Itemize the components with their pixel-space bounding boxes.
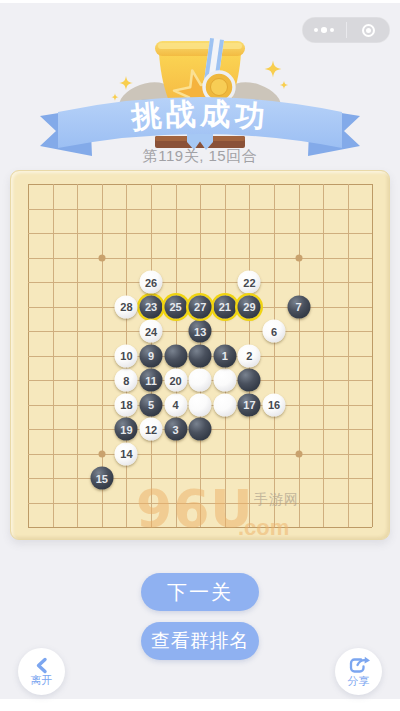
board-gridline-h xyxy=(28,478,372,479)
banner-title: 挑战成功 xyxy=(129,97,271,134)
board-star-point xyxy=(98,254,105,261)
right-wing-icon xyxy=(224,76,286,140)
board-star-point xyxy=(295,450,302,457)
stone-move-4: 4 xyxy=(164,393,187,416)
stone-preset-white xyxy=(213,393,236,416)
stone-move-17: 17 xyxy=(238,393,261,416)
stone-move-15: 15 xyxy=(90,467,113,490)
ellipsis-icon xyxy=(330,28,335,33)
stone-preset-black xyxy=(238,369,261,392)
stone-move-3: 3 xyxy=(164,418,187,441)
stone-move-26: 26 xyxy=(140,271,163,294)
share-button[interactable]: 分享 xyxy=(335,648,382,695)
stone-move-8: 8 xyxy=(115,369,138,392)
board-gridline-v xyxy=(372,184,373,527)
share-icon xyxy=(347,656,371,675)
svg-text:挑战成功: 挑战成功 xyxy=(129,97,271,134)
medal-icon xyxy=(204,38,234,102)
share-label: 分享 xyxy=(348,676,370,687)
stone-move-29: 29 xyxy=(238,295,261,318)
stone-move-13: 13 xyxy=(189,320,212,343)
stone-move-22: 22 xyxy=(238,271,261,294)
sparkle-icons xyxy=(111,61,288,101)
board-star-point xyxy=(295,254,302,261)
board-gridline-h xyxy=(28,454,372,455)
stone-move-14: 14 xyxy=(115,442,138,465)
stone-move-20: 20 xyxy=(164,369,187,392)
stone-move-24: 24 xyxy=(140,320,163,343)
stone-move-19: 19 xyxy=(115,418,138,441)
stone-move-7: 7 xyxy=(287,295,310,318)
stone-move-28: 28 xyxy=(115,295,138,318)
watermark: 96U 手游网 .com xyxy=(136,479,316,543)
stone-move-21: 21 xyxy=(213,295,236,318)
stone-move-9: 9 xyxy=(140,344,163,367)
wechat-capsule xyxy=(302,17,390,43)
stone-move-5: 5 xyxy=(140,393,163,416)
stone-move-6: 6 xyxy=(263,320,286,343)
home-indicator-area xyxy=(0,699,400,711)
left-wing-icon xyxy=(113,76,175,140)
ellipsis-icon xyxy=(314,28,319,33)
leave-label: 离开 xyxy=(31,675,53,686)
board-gridline-v xyxy=(274,184,275,527)
level-subtitle: 第119关, 15回合 xyxy=(0,147,400,166)
app-screen: 挑战成功 第119关, 15回合 96U 手游网 .com 1234567891… xyxy=(0,0,400,711)
stone-preset-black xyxy=(164,344,187,367)
trophy-illustration xyxy=(105,33,295,153)
status-bar-strip xyxy=(0,0,400,3)
watermark-logo: 96U xyxy=(136,479,254,539)
stone-preset-white xyxy=(189,393,212,416)
stone-move-25: 25 xyxy=(164,295,187,318)
board-gridline-v xyxy=(323,184,324,527)
watermark-site: 手游网 xyxy=(254,491,299,509)
ellipsis-icon xyxy=(321,27,327,33)
stone-move-12: 12 xyxy=(140,418,163,441)
stone-preset-black xyxy=(189,344,212,367)
board-gridline-v xyxy=(348,184,349,527)
stone-move-2: 2 xyxy=(238,344,261,367)
stone-preset-white xyxy=(189,369,212,392)
stone-move-16: 16 xyxy=(263,393,286,416)
next-level-button[interactable]: 下一关 xyxy=(141,573,259,611)
leave-button[interactable]: 离开 xyxy=(18,648,65,695)
stone-preset-white xyxy=(213,369,236,392)
circle-target-icon xyxy=(362,24,375,37)
exit-miniprogram-button[interactable] xyxy=(347,17,391,43)
board-gridline-h xyxy=(28,503,372,504)
ribbon-band xyxy=(58,97,342,148)
stone-move-10: 10 xyxy=(115,344,138,367)
stone-move-27: 27 xyxy=(189,295,212,318)
board-gridline-h xyxy=(28,527,372,528)
more-options-button[interactable] xyxy=(302,17,346,43)
star-icon xyxy=(171,66,223,116)
stone-move-23: 23 xyxy=(140,295,163,318)
stone-move-11: 11 xyxy=(140,369,163,392)
group-ranking-button[interactable]: 查看群排名 xyxy=(141,622,259,660)
chevron-left-icon xyxy=(34,657,50,674)
stone-move-18: 18 xyxy=(115,393,138,416)
watermark-domain: .com xyxy=(238,515,289,541)
board-gridline-v xyxy=(299,184,300,527)
stone-preset-black xyxy=(189,418,212,441)
gomoku-board: 96U 手游网 .com 123456789101112131415161718… xyxy=(10,170,390,540)
stone-move-1: 1 xyxy=(213,344,236,367)
trophy-cup-body xyxy=(159,53,241,127)
board-star-point xyxy=(98,450,105,457)
